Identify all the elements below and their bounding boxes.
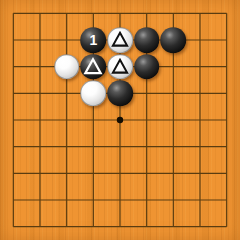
board-point-c8r1[interactable] [187, 0, 213, 26]
board-point-c4r5[interactable] [80, 107, 106, 133]
board-point-c2r2[interactable] [27, 27, 53, 53]
board-point-c8r3[interactable] [187, 54, 213, 80]
board-point-c6r1[interactable] [134, 0, 160, 26]
board-point-c9r2[interactable] [214, 27, 240, 53]
board-point-c2r5[interactable] [27, 107, 53, 133]
board-point-c9r8[interactable] [214, 187, 240, 213]
board-point-c1r1[interactable] [0, 0, 26, 26]
black-stone-c7r2 [161, 27, 187, 53]
board-point-c7r1[interactable] [160, 0, 186, 26]
board-point-c9r1[interactable] [214, 0, 240, 26]
board-point-c5r7[interactable] [107, 160, 133, 186]
board-point-c4r1[interactable] [80, 0, 106, 26]
board-point-c6r8[interactable] [134, 187, 160, 213]
board-point-c3r2[interactable] [54, 27, 80, 53]
board-point-c3r4[interactable] [54, 80, 80, 106]
board-point-c4r8[interactable] [80, 187, 106, 213]
board-point-c8r4[interactable] [187, 80, 213, 106]
board-point-c6r7[interactable] [134, 160, 160, 186]
board-point-c7r5[interactable] [160, 107, 186, 133]
board-point-c4r6[interactable] [80, 134, 106, 160]
board-point-c2r9[interactable] [27, 214, 53, 240]
white-stone-c5r2 [107, 27, 133, 53]
board-point-c2r8[interactable] [27, 187, 53, 213]
board-point-c7r6[interactable] [160, 134, 186, 160]
go-board: 1 [0, 0, 240, 240]
triangle-marker-icon [108, 27, 132, 53]
board-point-c2r3[interactable] [27, 54, 53, 80]
white-stone-c3r3 [54, 54, 80, 80]
white-stone-c5r3 [107, 54, 133, 80]
board-point-c5r6[interactable] [107, 134, 133, 160]
board-point-c3r9[interactable] [54, 214, 80, 240]
board-point-c7r9[interactable] [160, 214, 186, 240]
board-point-c3r6[interactable] [54, 134, 80, 160]
white-stone-c4r4 [81, 81, 107, 107]
black-stone-c4r2: 1 [81, 27, 107, 53]
board-point-c3r8[interactable] [54, 187, 80, 213]
board-point-c5r5[interactable] [107, 107, 133, 133]
board-point-c9r7[interactable] [214, 160, 240, 186]
board-point-c6r4[interactable] [134, 80, 160, 106]
board-point-c5r1[interactable] [107, 0, 133, 26]
board-point-c2r7[interactable] [27, 160, 53, 186]
board-point-c1r3[interactable] [0, 54, 26, 80]
black-stone-c6r3 [134, 54, 160, 80]
board-point-c1r9[interactable] [0, 214, 26, 240]
board-point-c5r9[interactable] [107, 214, 133, 240]
black-stone-c6r2 [134, 27, 160, 53]
board-point-c7r3[interactable] [160, 54, 186, 80]
board-point-c9r6[interactable] [214, 134, 240, 160]
triangle-marker-icon [81, 54, 107, 80]
board-point-c8r8[interactable] [187, 187, 213, 213]
black-stone-c4r3 [81, 54, 107, 80]
board-point-c6r9[interactable] [134, 214, 160, 240]
board-point-c3r1[interactable] [54, 0, 80, 26]
board-point-c6r6[interactable] [134, 134, 160, 160]
board-point-c7r7[interactable] [160, 160, 186, 186]
board-point-c3r5[interactable] [54, 107, 80, 133]
board-point-c8r2[interactable] [187, 27, 213, 53]
board-point-c1r2[interactable] [0, 27, 26, 53]
board-point-c8r9[interactable] [187, 214, 213, 240]
black-stone-c5r4 [107, 81, 133, 107]
board-point-c8r5[interactable] [187, 107, 213, 133]
board-point-c2r1[interactable] [27, 0, 53, 26]
board-point-c9r9[interactable] [214, 214, 240, 240]
board-point-c1r8[interactable] [0, 187, 26, 213]
board-point-c8r6[interactable] [187, 134, 213, 160]
board-point-c2r6[interactable] [27, 134, 53, 160]
board-point-c8r7[interactable] [187, 160, 213, 186]
board-point-c4r9[interactable] [80, 214, 106, 240]
board-point-c1r5[interactable] [0, 107, 26, 133]
board-point-c4r7[interactable] [80, 160, 106, 186]
board-point-c9r4[interactable] [214, 80, 240, 106]
board-point-c1r7[interactable] [0, 160, 26, 186]
triangle-marker-icon [108, 54, 132, 80]
board-point-c1r4[interactable] [0, 80, 26, 106]
board-point-c1r6[interactable] [0, 134, 26, 160]
board-point-c9r5[interactable] [214, 107, 240, 133]
board-point-c2r4[interactable] [27, 80, 53, 106]
board-point-c3r7[interactable] [54, 160, 80, 186]
move-number-label: 1 [89, 33, 97, 47]
board-point-c5r8[interactable] [107, 187, 133, 213]
board-point-c7r8[interactable] [160, 187, 186, 213]
board-point-c6r5[interactable] [134, 107, 160, 133]
board-point-c9r3[interactable] [214, 54, 240, 80]
board-point-c7r4[interactable] [160, 80, 186, 106]
